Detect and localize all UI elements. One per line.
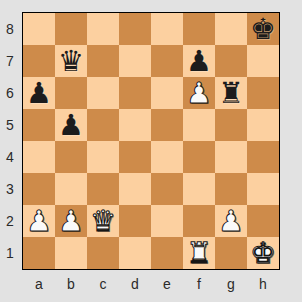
square-b4[interactable] [55, 141, 87, 173]
piece-black-king[interactable]: ♚ [247, 13, 279, 45]
square-h3[interactable] [247, 173, 279, 205]
square-c5[interactable] [87, 109, 119, 141]
square-d4[interactable] [119, 141, 151, 173]
piece-black-pawn[interactable]: ♟ [55, 109, 87, 141]
file-label-d: d [119, 271, 151, 297]
square-e5[interactable] [151, 109, 183, 141]
piece-black-pawn[interactable]: ♟ [183, 45, 215, 77]
square-b1[interactable] [55, 237, 87, 269]
square-d8[interactable] [119, 13, 151, 45]
square-h8[interactable]: ♚ [247, 13, 279, 45]
piece-black-rook[interactable]: ♜ [215, 77, 247, 109]
file-label-g: g [215, 271, 247, 297]
piece-white-king[interactable]: ♚ [247, 237, 279, 269]
square-e8[interactable] [151, 13, 183, 45]
square-a6[interactable]: ♟ [23, 77, 55, 109]
rank-labels: 87654321 [0, 13, 20, 269]
square-a4[interactable] [23, 141, 55, 173]
square-b5[interactable]: ♟ [55, 109, 87, 141]
square-a7[interactable] [23, 45, 55, 77]
square-c8[interactable] [87, 13, 119, 45]
square-a3[interactable] [23, 173, 55, 205]
square-e3[interactable] [151, 173, 183, 205]
square-e2[interactable] [151, 205, 183, 237]
piece-white-pawn[interactable]: ♟ [183, 77, 215, 109]
square-b8[interactable] [55, 13, 87, 45]
square-b7[interactable]: ♛ [55, 45, 87, 77]
square-a2[interactable]: ♟ [23, 205, 55, 237]
chess-diagram: 87654321 ♚♛♟♟♟♜♟♟♟♛♟♜♚ abcdefgh [0, 0, 302, 302]
square-b3[interactable] [55, 173, 87, 205]
rank-label-6: 6 [0, 77, 20, 109]
square-e7[interactable] [151, 45, 183, 77]
square-f4[interactable] [183, 141, 215, 173]
square-b2[interactable]: ♟ [55, 205, 87, 237]
rank-label-3: 3 [0, 173, 20, 205]
square-g6[interactable]: ♜ [215, 77, 247, 109]
square-f7[interactable]: ♟ [183, 45, 215, 77]
square-h2[interactable] [247, 205, 279, 237]
square-d1[interactable] [119, 237, 151, 269]
square-c3[interactable] [87, 173, 119, 205]
file-label-e: e [151, 271, 183, 297]
square-c6[interactable] [87, 77, 119, 109]
piece-white-pawn[interactable]: ♟ [23, 205, 55, 237]
square-c4[interactable] [87, 141, 119, 173]
square-f5[interactable] [183, 109, 215, 141]
square-a5[interactable] [23, 109, 55, 141]
file-label-b: b [55, 271, 87, 297]
square-e4[interactable] [151, 141, 183, 173]
square-d7[interactable] [119, 45, 151, 77]
square-a8[interactable] [23, 13, 55, 45]
file-label-c: c [87, 271, 119, 297]
square-f2[interactable] [183, 205, 215, 237]
file-label-a: a [23, 271, 55, 297]
square-d5[interactable] [119, 109, 151, 141]
file-label-f: f [183, 271, 215, 297]
rank-label-1: 1 [0, 237, 20, 269]
piece-black-pawn[interactable]: ♟ [23, 77, 55, 109]
square-f6[interactable]: ♟ [183, 77, 215, 109]
square-g2[interactable]: ♟ [215, 205, 247, 237]
file-labels: abcdefgh [23, 271, 279, 297]
square-g8[interactable] [215, 13, 247, 45]
square-h6[interactable] [247, 77, 279, 109]
square-c1[interactable] [87, 237, 119, 269]
square-d2[interactable] [119, 205, 151, 237]
chess-board[interactable]: ♚♛♟♟♟♜♟♟♟♛♟♜♚ [22, 12, 280, 270]
square-g7[interactable] [215, 45, 247, 77]
square-g5[interactable] [215, 109, 247, 141]
piece-black-queen[interactable]: ♛ [55, 45, 87, 77]
rank-label-5: 5 [0, 109, 20, 141]
rank-label-4: 4 [0, 141, 20, 173]
square-h7[interactable] [247, 45, 279, 77]
rank-label-7: 7 [0, 45, 20, 77]
square-f8[interactable] [183, 13, 215, 45]
square-b6[interactable] [55, 77, 87, 109]
rank-label-8: 8 [0, 13, 20, 45]
square-g3[interactable] [215, 173, 247, 205]
file-label-h: h [247, 271, 279, 297]
square-e1[interactable] [151, 237, 183, 269]
square-h5[interactable] [247, 109, 279, 141]
square-f3[interactable] [183, 173, 215, 205]
square-f1[interactable]: ♜ [183, 237, 215, 269]
square-h4[interactable] [247, 141, 279, 173]
square-c2[interactable]: ♛ [87, 205, 119, 237]
square-g4[interactable] [215, 141, 247, 173]
square-c7[interactable] [87, 45, 119, 77]
piece-white-pawn[interactable]: ♟ [215, 205, 247, 237]
square-d3[interactable] [119, 173, 151, 205]
piece-white-rook[interactable]: ♜ [183, 237, 215, 269]
rank-label-2: 2 [0, 205, 20, 237]
square-g1[interactable] [215, 237, 247, 269]
square-a1[interactable] [23, 237, 55, 269]
square-e6[interactable] [151, 77, 183, 109]
piece-white-pawn[interactable]: ♟ [55, 205, 87, 237]
square-h1[interactable]: ♚ [247, 237, 279, 269]
piece-white-queen[interactable]: ♛ [87, 205, 119, 237]
square-d6[interactable] [119, 77, 151, 109]
